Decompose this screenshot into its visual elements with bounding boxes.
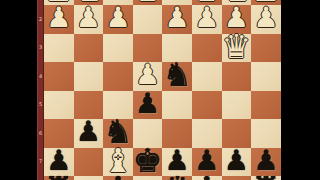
rank-label-5: 5 [37,91,44,120]
square-g7 [74,148,104,177]
square-h2: ♟ [44,5,74,34]
square-b2: ♟ [222,5,252,34]
piece-wK-e1: ♚ [133,0,163,4]
square-h5 [44,91,74,120]
square-g6: ♟ [74,119,104,148]
piece-wP-e4: ♟ [135,61,160,90]
square-f2: ♟ [103,5,133,34]
piece-wP-b2: ♟ [224,4,249,33]
piece-bN-f6: ♞ [103,118,133,147]
square-a8: ♜ [251,176,281,180]
square-g5 [74,91,104,120]
piece-wN-b1: ♞ [222,0,252,4]
piece-wP-h2: ♟ [46,4,71,33]
piece-wP-f2: ♟ [105,4,130,33]
piece-bR-h8: ♜ [44,175,74,180]
piece-bN-d4: ♞ [162,61,192,90]
square-c7: ♟ [192,148,222,177]
rank-label-4: 4 [37,62,44,91]
piece-wP-g2: ♟ [76,4,101,33]
piece-wB-c1: ♝ [192,0,222,4]
square-h3 [44,34,74,63]
square-d3 [162,34,192,63]
square-d2: ♟ [162,5,192,34]
piece-bP-e5: ♟ [135,90,160,119]
square-a5 [251,91,281,120]
square-b7: ♟ [222,148,252,177]
square-a2: ♟ [251,5,281,34]
square-c6 [192,119,222,148]
square-b8 [222,176,252,180]
square-c3 [192,34,222,63]
square-d6 [162,119,192,148]
piece-wQ-b3: ♛ [222,33,252,62]
piece-bP-c7: ♟ [194,147,219,176]
square-f5 [103,91,133,120]
square-b5 [222,91,252,120]
piece-wP-c2: ♟ [194,4,219,33]
piece-bP-g6: ♟ [76,118,101,147]
square-d8: ♛ [162,176,192,180]
square-b3: ♛ [222,34,252,63]
square-f6: ♞ [103,119,133,148]
square-f8: ♝ [103,176,133,180]
piece-bK-e7: ♚ [133,147,163,176]
square-h4 [44,62,74,91]
piece-bP-a7: ♟ [253,147,278,176]
square-a3 [251,34,281,63]
square-a6 [251,119,281,148]
square-e6 [133,119,163,148]
square-d4: ♞ [162,62,192,91]
square-h6 [44,119,74,148]
square-g2: ♟ [74,5,104,34]
square-a4 [251,62,281,91]
square-c2: ♟ [192,5,222,34]
rank-label-8: 8 [37,176,44,180]
rank-label-7: 7 [37,148,44,177]
square-f4 [103,62,133,91]
square-e8 [133,176,163,180]
square-g4 [74,62,104,91]
square-b4 [222,62,252,91]
piece-bB-f8: ♝ [103,175,133,180]
square-a7: ♟ [251,148,281,177]
square-d7: ♟ [162,148,192,177]
chess-video-frame: 12345678 ♜♞♚♝♞♜♟♟♟♟♟♟♟♛♟♞♟♟♞♟♝♚♟♟♟♟♜♝♛♝♜ [0,0,320,180]
square-e7: ♚ [133,148,163,177]
square-g8 [74,176,104,180]
rank-label-6: 6 [37,119,44,148]
piece-bB-c8: ♝ [192,175,222,180]
square-f3 [103,34,133,63]
piece-wP-d2: ♟ [165,4,190,33]
piece-wR-a1: ♜ [251,0,281,4]
rank-labels: 12345678 [37,0,44,180]
square-e3 [133,34,163,63]
piece-wR-h1: ♜ [44,0,74,4]
rank-label-2: 2 [37,5,44,34]
piece-wB-f7: ♝ [103,147,133,176]
square-e4: ♟ [133,62,163,91]
piece-bP-d7: ♟ [165,147,190,176]
square-c5 [192,91,222,120]
square-d5 [162,91,192,120]
square-c4 [192,62,222,91]
chess-board: ♜♞♚♝♞♜♟♟♟♟♟♟♟♛♟♞♟♟♞♟♝♚♟♟♟♟♜♝♛♝♜ [44,0,272,180]
square-h7: ♟ [44,148,74,177]
square-g3 [74,34,104,63]
rank-label-3: 3 [37,34,44,63]
piece-bQ-d8: ♛ [162,175,192,180]
square-c8: ♝ [192,176,222,180]
piece-bP-h7: ♟ [46,147,71,176]
piece-bR-a8: ♜ [251,175,281,180]
square-h8: ♜ [44,176,74,180]
square-b6 [222,119,252,148]
square-e5: ♟ [133,91,163,120]
square-e2 [133,5,163,34]
piece-wP-a2: ♟ [253,4,278,33]
piece-wN-g1: ♞ [74,0,104,4]
square-f7: ♝ [103,148,133,177]
piece-bP-b7: ♟ [224,147,249,176]
